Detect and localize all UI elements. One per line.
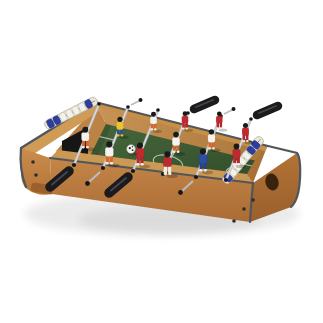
player-jersey bbox=[105, 147, 113, 156]
player-foot bbox=[204, 169, 207, 172]
rod-bearing-near bbox=[101, 166, 105, 170]
player-jersey bbox=[182, 116, 189, 123]
player-shadow bbox=[84, 148, 95, 152]
player-foot bbox=[237, 163, 240, 165]
screw-4 bbox=[232, 219, 236, 223]
player-foot bbox=[106, 162, 109, 165]
player-shadow bbox=[211, 149, 221, 153]
player-shadow bbox=[139, 164, 150, 168]
player-foot bbox=[182, 127, 185, 129]
player-shadow bbox=[219, 129, 228, 132]
player-head bbox=[243, 123, 248, 128]
rod-bearing-far bbox=[97, 102, 101, 106]
player-jersey bbox=[116, 122, 123, 130]
player-foot bbox=[164, 172, 167, 175]
player-jersey bbox=[81, 132, 89, 141]
player-foot bbox=[220, 127, 222, 129]
player-head bbox=[106, 141, 112, 147]
player-shadow bbox=[119, 136, 129, 139]
screw-3 bbox=[242, 207, 246, 211]
rod-bearing-far bbox=[126, 105, 130, 109]
player-head bbox=[117, 117, 122, 122]
player-jersey bbox=[199, 154, 207, 163]
player-foot bbox=[173, 151, 176, 153]
player-foot bbox=[141, 163, 144, 166]
player-shadow bbox=[202, 170, 213, 174]
screw-1 bbox=[31, 160, 35, 164]
player-head bbox=[217, 111, 222, 116]
player-foot bbox=[212, 147, 215, 149]
player-foot bbox=[136, 163, 139, 166]
player-foot bbox=[117, 134, 120, 136]
player-head bbox=[82, 127, 88, 133]
player-foot bbox=[86, 146, 89, 148]
foosball-product-photo bbox=[0, 0, 323, 323]
player-foot bbox=[154, 128, 157, 130]
player-head bbox=[234, 144, 240, 150]
player-head bbox=[183, 111, 188, 116]
ball-patch bbox=[132, 149, 134, 151]
player-head bbox=[173, 132, 179, 138]
player-foot bbox=[168, 172, 171, 175]
ball-body bbox=[127, 145, 135, 153]
player-foot bbox=[121, 134, 124, 136]
player-foot bbox=[150, 128, 153, 130]
player-shadow bbox=[108, 164, 119, 168]
rod-bearing-near bbox=[131, 169, 135, 173]
player-shadow bbox=[236, 164, 247, 168]
rod-bearing-far bbox=[156, 108, 160, 112]
ball-patch bbox=[129, 147, 131, 149]
player-jersey bbox=[242, 128, 249, 136]
rod-end-cap-far bbox=[232, 107, 236, 111]
player-foot bbox=[246, 140, 249, 142]
player-jersey bbox=[136, 148, 144, 157]
player-foot bbox=[208, 147, 211, 149]
player-foot bbox=[177, 151, 180, 153]
rod-end-cap-far bbox=[139, 98, 143, 102]
foosball-table bbox=[0, 0, 323, 323]
player-foot bbox=[82, 146, 85, 148]
player-foot bbox=[199, 169, 202, 172]
rod-end-cap-near bbox=[178, 190, 183, 195]
rod-bearing-near bbox=[224, 178, 228, 182]
player-head bbox=[164, 151, 170, 157]
player-foot bbox=[216, 127, 218, 129]
player-shadow bbox=[167, 174, 179, 178]
player-jersey bbox=[216, 116, 222, 123]
player-jersey bbox=[150, 116, 157, 124]
player-head bbox=[137, 143, 143, 149]
player-shadow bbox=[175, 152, 185, 156]
rod-bearing-far bbox=[249, 117, 253, 121]
player-head bbox=[200, 149, 206, 155]
player-head bbox=[151, 112, 156, 117]
player-foot bbox=[110, 162, 113, 165]
rod-bearing-near bbox=[194, 175, 198, 179]
player-head bbox=[209, 129, 214, 134]
player-shadow bbox=[245, 141, 254, 144]
screw-2 bbox=[34, 173, 38, 177]
player-jersey bbox=[172, 137, 180, 146]
player-jersey bbox=[208, 134, 215, 142]
player-foot bbox=[233, 163, 236, 165]
rod-end-cap-near bbox=[85, 181, 90, 186]
rod-bearing-near bbox=[72, 163, 76, 167]
player-jersey bbox=[163, 157, 171, 167]
player-jersey bbox=[233, 149, 241, 158]
player-foot bbox=[186, 127, 189, 129]
player-foot bbox=[242, 140, 245, 142]
player-shadow bbox=[184, 129, 193, 132]
player-shadow bbox=[153, 130, 162, 133]
screw-5 bbox=[251, 198, 255, 202]
ball-patch bbox=[132, 146, 133, 147]
